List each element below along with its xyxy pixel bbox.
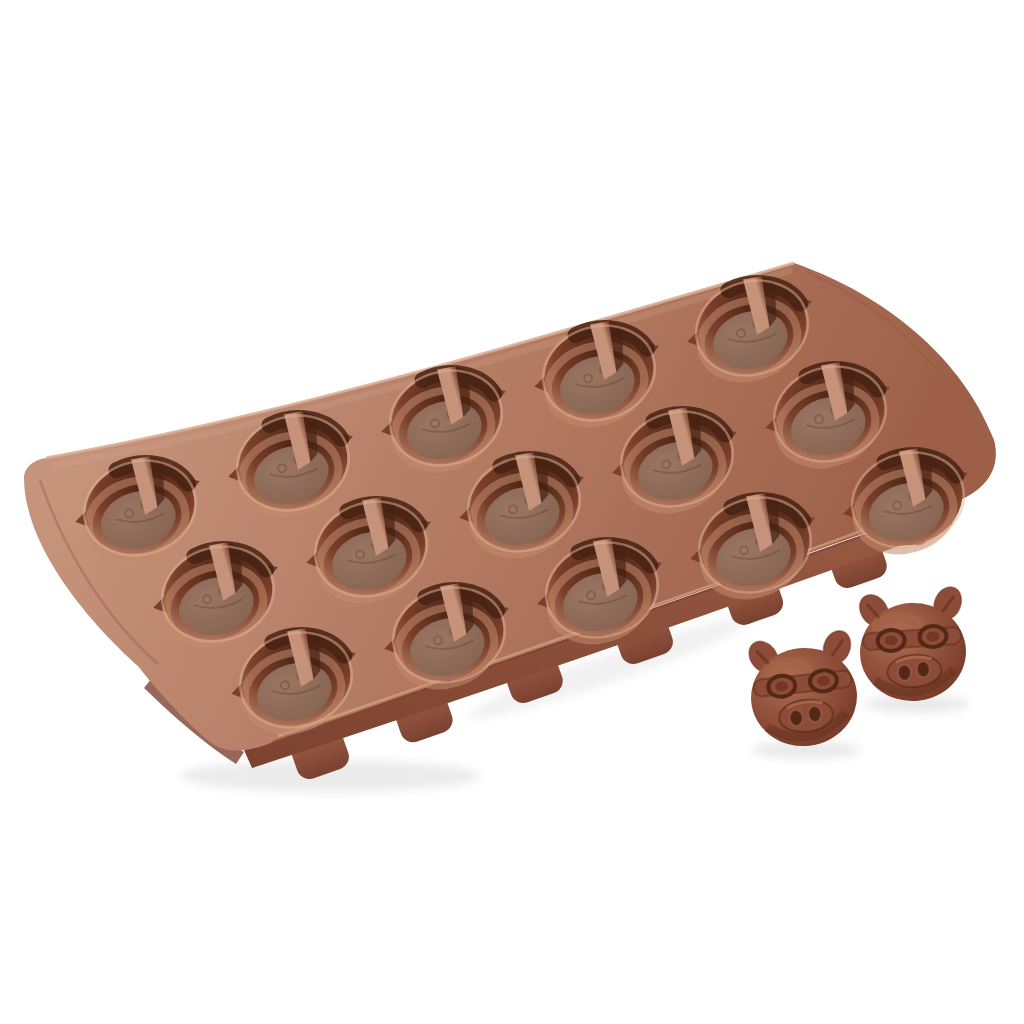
product-photo (0, 0, 1024, 1024)
pig-nostril-left (897, 664, 911, 681)
pig-nostril-right (808, 705, 823, 722)
pig-nostril-right (916, 661, 930, 678)
scene-svg (0, 0, 1024, 1024)
pig-nostril-left (789, 709, 804, 726)
